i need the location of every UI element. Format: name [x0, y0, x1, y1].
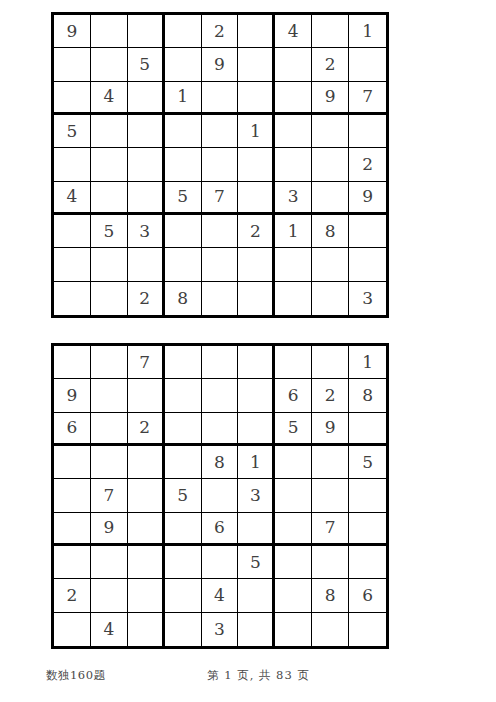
sudoku-cell-r8c7: [275, 579, 312, 612]
sudoku-cell-r1c2: [91, 346, 128, 379]
sudoku-cell-r4c2: [91, 115, 128, 148]
sudoku-cell-r1c3: [128, 15, 165, 48]
sudoku-cell-r4c8: [312, 115, 349, 148]
sudoku-cell-r6c3: [128, 182, 165, 215]
sudoku-cell-r3c7: 5: [275, 413, 312, 446]
sudoku-cell-r9c3: 2: [128, 282, 165, 315]
footer-document-title: 数独160题: [46, 668, 105, 683]
sudoku-cell-r4c3: [128, 446, 165, 479]
sudoku-cell-r9c7: [275, 282, 312, 315]
sudoku-cell-r5c1: [54, 479, 91, 512]
sudoku-cell-r7c3: 3: [128, 215, 165, 248]
sudoku-cell-r4c9: [349, 115, 386, 148]
sudoku-cell-r4c9: 5: [349, 446, 386, 479]
sudoku-cell-r7c5: [202, 215, 239, 248]
sudoku-cell-r3c8: 9: [312, 413, 349, 446]
sudoku-cell-r7c2: 5: [91, 215, 128, 248]
sudoku-cell-r2c5: [202, 379, 239, 412]
sudoku-cell-r4c1: [54, 446, 91, 479]
sudoku-cell-r3c3: [128, 82, 165, 115]
sudoku-cell-r4c4: [165, 446, 202, 479]
sudoku-cell-r3c3: 2: [128, 413, 165, 446]
sudoku-cell-r8c8: 8: [312, 579, 349, 612]
sudoku-cell-r9c4: 8: [165, 282, 202, 315]
sudoku-cell-r2c6: [238, 48, 275, 81]
sudoku-cell-r9c2: [91, 282, 128, 315]
sudoku-cell-r8c3: [128, 248, 165, 281]
sudoku-cell-r4c8: [312, 446, 349, 479]
sudoku-cell-r9c6: [238, 282, 275, 315]
sudoku-cell-r1c6: [238, 15, 275, 48]
sudoku-cell-r4c7: [275, 446, 312, 479]
sudoku-cell-r5c2: 7: [91, 479, 128, 512]
sudoku-cell-r4c3: [128, 115, 165, 148]
sudoku-cell-r2c9: 8: [349, 379, 386, 412]
sudoku-cell-r9c8: [312, 613, 349, 646]
sudoku-cell-r3c1: [54, 82, 91, 115]
sudoku-cell-r8c5: 4: [202, 579, 239, 612]
sudoku-cell-r9c7: [275, 613, 312, 646]
sudoku-cell-r5c1: [54, 148, 91, 181]
sudoku-cell-r2c5: 9: [202, 48, 239, 81]
sudoku-cell-r6c5: 6: [202, 513, 239, 546]
sudoku-cell-r5c6: 3: [238, 479, 275, 512]
sudoku-cell-r2c2: [91, 48, 128, 81]
sudoku-cell-r5c3: [128, 148, 165, 181]
sudoku-cell-r8c3: [128, 579, 165, 612]
sudoku-cell-r1c1: 9: [54, 15, 91, 48]
sudoku-cell-r7c9: [349, 215, 386, 248]
sudoku-cell-r8c1: [54, 248, 91, 281]
sudoku-cell-r5c7: [275, 148, 312, 181]
sudoku-cell-r6c8: [312, 182, 349, 215]
sudoku-cell-r6c2: 9: [91, 513, 128, 546]
sudoku-cell-r2c3: [128, 379, 165, 412]
sudoku-cell-r7c8: [312, 546, 349, 579]
sudoku-cell-r8c8: [312, 248, 349, 281]
sudoku-cell-r3c2: 4: [91, 82, 128, 115]
sudoku-cell-r3c9: 7: [349, 82, 386, 115]
sudoku-cell-r9c4: [165, 613, 202, 646]
sudoku-cell-r9c1: [54, 282, 91, 315]
sudoku-cell-r9c9: [349, 613, 386, 646]
sudoku-cell-r5c4: 5: [165, 479, 202, 512]
sudoku-cell-r8c6: [238, 579, 275, 612]
sudoku-cell-r1c3: 7: [128, 346, 165, 379]
sudoku-cell-r6c6: [238, 513, 275, 546]
sudoku-cell-r6c1: [54, 513, 91, 546]
sudoku-cell-r5c4: [165, 148, 202, 181]
sudoku-cell-r5c5: [202, 479, 239, 512]
sudoku-cell-r1c2: [91, 15, 128, 48]
sudoku-cell-r8c4: [165, 248, 202, 281]
sudoku-cell-r7c1: [54, 546, 91, 579]
sudoku-cell-r9c1: [54, 613, 91, 646]
sudoku-cell-r6c7: [275, 513, 312, 546]
sudoku-cell-r2c6: [238, 379, 275, 412]
sudoku-cell-r8c9: 6: [349, 579, 386, 612]
sudoku-cell-r5c8: [312, 479, 349, 512]
sudoku-cell-r2c7: [275, 48, 312, 81]
sudoku-grid-1: 924159241975124573953218283: [51, 12, 389, 318]
sudoku-cell-r4c6: 1: [238, 115, 275, 148]
sudoku-cell-r7c3: [128, 546, 165, 579]
sudoku-cell-r5c3: [128, 479, 165, 512]
sudoku-cell-r2c4: [165, 48, 202, 81]
sudoku-cell-r1c5: [202, 346, 239, 379]
sudoku-cell-r1c1: [54, 346, 91, 379]
sudoku-cell-r7c9: [349, 546, 386, 579]
sudoku-cell-r7c7: 1: [275, 215, 312, 248]
sudoku-cell-r3c1: 6: [54, 413, 91, 446]
sudoku-cell-r3c6: [238, 82, 275, 115]
sudoku-cell-r7c1: [54, 215, 91, 248]
sudoku-cell-r4c4: [165, 115, 202, 148]
sudoku-cell-r6c2: [91, 182, 128, 215]
sudoku-cell-r1c6: [238, 346, 275, 379]
sudoku-cell-r6c3: [128, 513, 165, 546]
sudoku-cell-r7c6: 5: [238, 546, 275, 579]
sudoku-cell-r6c6: [238, 182, 275, 215]
sudoku-cell-r4c6: 1: [238, 446, 275, 479]
sudoku-cell-r6c8: 7: [312, 513, 349, 546]
sudoku-cell-r6c4: [165, 513, 202, 546]
sudoku-cell-r6c1: 4: [54, 182, 91, 215]
sudoku-cell-r3c4: 1: [165, 82, 202, 115]
sudoku-cell-r5c5: [202, 148, 239, 181]
sudoku-cell-r2c1: [54, 48, 91, 81]
sudoku-cell-r9c8: [312, 282, 349, 315]
sudoku-cell-r9c9: 3: [349, 282, 386, 315]
sudoku-cell-r7c2: [91, 546, 128, 579]
sudoku-cell-r1c7: [275, 346, 312, 379]
sudoku-cell-r2c4: [165, 379, 202, 412]
sudoku-cell-r8c2: [91, 579, 128, 612]
sudoku-cell-r1c4: [165, 15, 202, 48]
sudoku-cell-r6c5: 7: [202, 182, 239, 215]
sudoku-cell-r8c6: [238, 248, 275, 281]
sudoku-grid-2: 71962862598157539675248643: [51, 343, 389, 649]
sudoku-cell-r1c8: [312, 346, 349, 379]
sudoku-cell-r3c4: [165, 413, 202, 446]
sudoku-cell-r3c8: 9: [312, 82, 349, 115]
sudoku-cell-r8c1: 2: [54, 579, 91, 612]
sudoku-cell-r6c9: 9: [349, 182, 386, 215]
sudoku-cell-r1c5: 2: [202, 15, 239, 48]
sudoku-cell-r1c9: 1: [349, 346, 386, 379]
sudoku-cell-r5c7: [275, 479, 312, 512]
sudoku-cell-r5c9: 2: [349, 148, 386, 181]
sudoku-cell-r4c1: 5: [54, 115, 91, 148]
sudoku-cell-r7c5: [202, 546, 239, 579]
sudoku-cell-r9c6: [238, 613, 275, 646]
sudoku-cell-r9c2: 4: [91, 613, 128, 646]
sudoku-cell-r3c9: [349, 413, 386, 446]
sudoku-cell-r2c1: 9: [54, 379, 91, 412]
sudoku-cell-r5c8: [312, 148, 349, 181]
sudoku-cell-r7c4: [165, 546, 202, 579]
sudoku-cell-r2c2: [91, 379, 128, 412]
sudoku-cell-r2c3: 5: [128, 48, 165, 81]
sudoku-cell-r7c4: [165, 215, 202, 248]
sudoku-cell-r6c9: [349, 513, 386, 546]
sudoku-cell-r8c7: [275, 248, 312, 281]
sudoku-cell-r4c5: 8: [202, 446, 239, 479]
sudoku-cell-r3c2: [91, 413, 128, 446]
sudoku-cell-r8c9: [349, 248, 386, 281]
sudoku-cell-r6c7: 3: [275, 182, 312, 215]
sudoku-cell-r3c5: [202, 413, 239, 446]
sudoku-cell-r9c5: 3: [202, 613, 239, 646]
sudoku-cell-r3c7: [275, 82, 312, 115]
sudoku-cell-r7c6: 2: [238, 215, 275, 248]
sudoku-cell-r7c8: 8: [312, 215, 349, 248]
sudoku-cell-r4c7: [275, 115, 312, 148]
sudoku-cell-r2c9: [349, 48, 386, 81]
sudoku-cell-r5c9: [349, 479, 386, 512]
sudoku-cell-r9c3: [128, 613, 165, 646]
sudoku-cell-r2c7: 6: [275, 379, 312, 412]
sudoku-cell-r6c4: 5: [165, 182, 202, 215]
sudoku-cell-r5c6: [238, 148, 275, 181]
sudoku-cell-r1c9: 1: [349, 15, 386, 48]
sudoku-cell-r4c5: [202, 115, 239, 148]
sudoku-cell-r8c4: [165, 579, 202, 612]
sudoku-cell-r5c2: [91, 148, 128, 181]
sudoku-cell-r2c8: 2: [312, 379, 349, 412]
sudoku-cell-r9c5: [202, 282, 239, 315]
sudoku-cell-r8c5: [202, 248, 239, 281]
sudoku-cell-r1c7: 4: [275, 15, 312, 48]
sudoku-cell-r8c2: [91, 248, 128, 281]
sudoku-cell-r3c5: [202, 82, 239, 115]
sudoku-print-page: 924159241975124573953218283 719628625981…: [0, 0, 496, 702]
sudoku-cell-r1c4: [165, 346, 202, 379]
sudoku-cell-r1c8: [312, 15, 349, 48]
footer-page-number: 第 1 页, 共 83 页: [207, 668, 310, 683]
sudoku-cell-r2c8: 2: [312, 48, 349, 81]
sudoku-cell-r3c6: [238, 413, 275, 446]
sudoku-cell-r7c7: [275, 546, 312, 579]
sudoku-cell-r4c2: [91, 446, 128, 479]
